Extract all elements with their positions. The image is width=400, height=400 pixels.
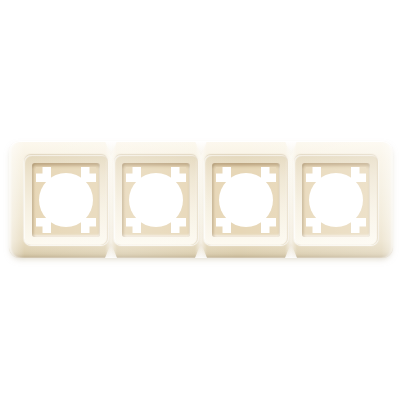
gang-cutout-shape [32, 163, 100, 237]
gang-cutout-shape [122, 163, 190, 237]
wall-plate-frame [9, 141, 393, 258]
gang-window [294, 155, 378, 245]
gang-cutout-shape [302, 163, 370, 237]
product-photo [0, 0, 400, 400]
gang-cutout-shape [212, 163, 280, 237]
gang-window [24, 155, 108, 245]
gang-recess [302, 163, 370, 237]
gang-recess [212, 163, 280, 237]
gang-window [204, 155, 288, 245]
gang-row [9, 141, 393, 258]
gang-recess [32, 163, 100, 237]
gang-window [114, 155, 198, 245]
gang-recess [122, 163, 190, 237]
